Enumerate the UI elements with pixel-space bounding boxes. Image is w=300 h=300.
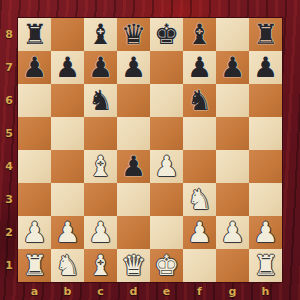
square-f1[interactable]: [183, 249, 216, 282]
file-labels: abcdefgh: [18, 282, 282, 300]
white-pawn-icon[interactable]: ♟: [55, 216, 80, 249]
square-b8[interactable]: [51, 18, 84, 51]
rank-label-1: 1: [0, 249, 18, 282]
square-c1[interactable]: ♝: [84, 249, 117, 282]
square-c3[interactable]: [84, 183, 117, 216]
square-b6[interactable]: [51, 84, 84, 117]
square-e5[interactable]: [150, 117, 183, 150]
black-pawn-icon[interactable]: ♟: [22, 51, 47, 84]
file-label-b: b: [51, 282, 84, 300]
square-g1[interactable]: [216, 249, 249, 282]
white-rook-icon[interactable]: ♜: [253, 249, 278, 282]
black-pawn-icon[interactable]: ♟: [253, 51, 278, 84]
square-h7[interactable]: ♟: [249, 51, 282, 84]
square-f6[interactable]: ♞: [183, 84, 216, 117]
white-bishop-icon[interactable]: ♝: [88, 150, 113, 183]
white-knight-icon[interactable]: ♞: [187, 183, 212, 216]
rank-label-6: 6: [0, 84, 18, 117]
square-h8[interactable]: ♜: [249, 18, 282, 51]
file-label-f: f: [183, 282, 216, 300]
file-label-d: d: [117, 282, 150, 300]
square-c6[interactable]: ♞: [84, 84, 117, 117]
chess-board[interactable]: ♜♝♛♚♝♜♟♟♟♟♟♟♟♞♞♝♟♟♞♟♟♟♟♟♟♜♞♝♛♚♜: [18, 18, 282, 282]
square-c2[interactable]: ♟: [84, 216, 117, 249]
file-label-a: a: [18, 282, 51, 300]
square-a2[interactable]: ♟: [18, 216, 51, 249]
black-bishop-icon[interactable]: ♝: [187, 18, 212, 51]
white-pawn-icon[interactable]: ♟: [22, 216, 47, 249]
white-queen-icon[interactable]: ♛: [121, 249, 146, 282]
white-king-icon[interactable]: ♚: [154, 249, 179, 282]
square-d1[interactable]: ♛: [117, 249, 150, 282]
file-label-h: h: [249, 282, 282, 300]
black-pawn-icon[interactable]: ♟: [220, 51, 245, 84]
square-h4[interactable]: [249, 150, 282, 183]
rank-label-7: 7: [0, 51, 18, 84]
black-pawn-icon[interactable]: ♟: [121, 51, 146, 84]
board-frame: 87654321 ♜♝♛♚♝♜♟♟♟♟♟♟♟♞♞♝♟♟♞♟♟♟♟♟♟♜♞♝♛♚♜…: [0, 0, 300, 300]
white-knight-icon[interactable]: ♞: [55, 249, 80, 282]
square-c7[interactable]: ♟: [84, 51, 117, 84]
rank-label-2: 2: [0, 216, 18, 249]
square-f3[interactable]: ♞: [183, 183, 216, 216]
file-label-c: c: [84, 282, 117, 300]
square-d8[interactable]: ♛: [117, 18, 150, 51]
square-a5[interactable]: [18, 117, 51, 150]
square-e3[interactable]: [150, 183, 183, 216]
rank-label-3: 3: [0, 183, 18, 216]
square-b3[interactable]: [51, 183, 84, 216]
square-e2[interactable]: [150, 216, 183, 249]
black-rook-icon[interactable]: ♜: [253, 18, 278, 51]
square-b1[interactable]: ♞: [51, 249, 84, 282]
white-rook-icon[interactable]: ♜: [22, 249, 47, 282]
square-h5[interactable]: [249, 117, 282, 150]
rank-labels: 87654321: [0, 18, 18, 282]
black-king-icon[interactable]: ♚: [154, 18, 179, 51]
white-bishop-icon[interactable]: ♝: [88, 249, 113, 282]
square-f4[interactable]: [183, 150, 216, 183]
square-d7[interactable]: ♟: [117, 51, 150, 84]
black-knight-icon[interactable]: ♞: [88, 84, 113, 117]
black-bishop-icon[interactable]: ♝: [88, 18, 113, 51]
rank-label-4: 4: [0, 150, 18, 183]
square-b5[interactable]: [51, 117, 84, 150]
file-label-g: g: [216, 282, 249, 300]
square-e8[interactable]: ♚: [150, 18, 183, 51]
square-g8[interactable]: [216, 18, 249, 51]
square-e6[interactable]: [150, 84, 183, 117]
rank-label-5: 5: [0, 117, 18, 150]
square-g5[interactable]: [216, 117, 249, 150]
square-c5[interactable]: [84, 117, 117, 150]
square-h3[interactable]: [249, 183, 282, 216]
white-pawn-icon[interactable]: ♟: [187, 216, 212, 249]
white-pawn-icon[interactable]: ♟: [253, 216, 278, 249]
square-f7[interactable]: ♟: [183, 51, 216, 84]
black-queen-icon[interactable]: ♛: [121, 18, 146, 51]
square-d4[interactable]: ♟: [117, 150, 150, 183]
white-pawn-icon[interactable]: ♟: [88, 216, 113, 249]
black-pawn-icon[interactable]: ♟: [187, 51, 212, 84]
square-d5[interactable]: [117, 117, 150, 150]
square-f5[interactable]: [183, 117, 216, 150]
square-a8[interactable]: ♜: [18, 18, 51, 51]
square-h6[interactable]: [249, 84, 282, 117]
square-h2[interactable]: ♟: [249, 216, 282, 249]
square-c4[interactable]: ♝: [84, 150, 117, 183]
square-a6[interactable]: [18, 84, 51, 117]
square-g2[interactable]: ♟: [216, 216, 249, 249]
square-f2[interactable]: ♟: [183, 216, 216, 249]
black-rook-icon[interactable]: ♜: [22, 18, 47, 51]
square-e4[interactable]: ♟: [150, 150, 183, 183]
square-a3[interactable]: [18, 183, 51, 216]
square-g3[interactable]: [216, 183, 249, 216]
square-h1[interactable]: ♜: [249, 249, 282, 282]
square-a4[interactable]: [18, 150, 51, 183]
square-b2[interactable]: ♟: [51, 216, 84, 249]
black-pawn-icon[interactable]: ♟: [121, 150, 146, 183]
black-knight-icon[interactable]: ♞: [187, 84, 212, 117]
square-g6[interactable]: [216, 84, 249, 117]
file-label-e: e: [150, 282, 183, 300]
square-c8[interactable]: ♝: [84, 18, 117, 51]
square-b4[interactable]: [51, 150, 84, 183]
square-b7[interactable]: ♟: [51, 51, 84, 84]
white-pawn-icon[interactable]: ♟: [220, 216, 245, 249]
square-d6[interactable]: [117, 84, 150, 117]
square-e1[interactable]: ♚: [150, 249, 183, 282]
square-d3[interactable]: [117, 183, 150, 216]
square-g4[interactable]: [216, 150, 249, 183]
white-pawn-icon[interactable]: ♟: [154, 150, 179, 183]
black-pawn-icon[interactable]: ♟: [55, 51, 80, 84]
square-f8[interactable]: ♝: [183, 18, 216, 51]
square-a7[interactable]: ♟: [18, 51, 51, 84]
square-e7[interactable]: [150, 51, 183, 84]
rank-label-8: 8: [0, 18, 18, 51]
square-a1[interactable]: ♜: [18, 249, 51, 282]
square-g7[interactable]: ♟: [216, 51, 249, 84]
black-pawn-icon[interactable]: ♟: [88, 51, 113, 84]
square-d2[interactable]: [117, 216, 150, 249]
